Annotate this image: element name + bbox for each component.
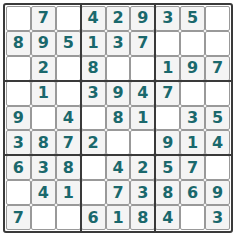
sudoku-cell[interactable]: 1	[81, 31, 106, 56]
sudoku-cell[interactable]: 4	[31, 180, 56, 205]
sudoku-cell[interactable]	[6, 81, 31, 106]
sudoku-cell[interactable]: 5	[56, 31, 81, 56]
sudoku-cell[interactable]: 5	[155, 155, 180, 180]
sudoku-cell[interactable]: 8	[31, 130, 56, 155]
sudoku-cell[interactable]: 1	[130, 106, 155, 131]
sudoku-cell[interactable]: 5	[180, 6, 205, 31]
sudoku-cell[interactable]: 3	[205, 205, 230, 230]
sudoku-cell[interactable]	[180, 31, 205, 56]
sudoku-cell[interactable]: 8	[106, 106, 131, 131]
sudoku-cell[interactable]: 4	[130, 81, 155, 106]
sudoku-cell[interactable]: 2	[106, 6, 131, 31]
sudoku-cell[interactable]	[205, 155, 230, 180]
sudoku-cell[interactable]: 4	[205, 130, 230, 155]
sudoku-cell[interactable]: 4	[81, 6, 106, 31]
sudoku-cell[interactable]: 7	[155, 81, 180, 106]
sudoku-cell[interactable]: 7	[56, 130, 81, 155]
sudoku-cell[interactable]	[205, 81, 230, 106]
sudoku-cell[interactable]: 3	[31, 155, 56, 180]
sudoku-cell[interactable]	[81, 155, 106, 180]
sudoku-cell[interactable]: 7	[180, 155, 205, 180]
sudoku-cell[interactable]	[180, 205, 205, 230]
sudoku-cell[interactable]	[130, 130, 155, 155]
sudoku-cell[interactable]: 2	[31, 56, 56, 81]
sudoku-cell[interactable]	[56, 6, 81, 31]
sudoku-cell[interactable]: 7	[31, 6, 56, 31]
sudoku-cell[interactable]: 6	[6, 155, 31, 180]
sudoku-cell[interactable]	[31, 205, 56, 230]
sudoku-cell[interactable]: 9	[180, 56, 205, 81]
sudoku-cell[interactable]	[155, 31, 180, 56]
sudoku-cell[interactable]: 3	[106, 31, 131, 56]
sudoku-cell[interactable]: 1	[180, 130, 205, 155]
sudoku-cell[interactable]	[130, 56, 155, 81]
sudoku-cell[interactable]: 9	[130, 6, 155, 31]
sudoku-cell[interactable]	[205, 6, 230, 31]
sudoku-cell[interactable]: 7	[106, 180, 131, 205]
sudoku-cell[interactable]: 9	[106, 81, 131, 106]
sudoku-cell[interactable]	[56, 205, 81, 230]
sudoku-cell[interactable]: 3	[81, 81, 106, 106]
sudoku-board: 7429358951372819713947948135387291463842…	[3, 3, 233, 233]
sudoku-cell[interactable]: 8	[56, 155, 81, 180]
sudoku-cell[interactable]: 8	[130, 205, 155, 230]
sudoku-cell[interactable]: 9	[155, 130, 180, 155]
sudoku-cell[interactable]: 6	[180, 180, 205, 205]
sudoku-cell[interactable]: 7	[205, 56, 230, 81]
sudoku-cell[interactable]: 4	[56, 106, 81, 131]
sudoku-cell[interactable]: 8	[6, 31, 31, 56]
sudoku-cell[interactable]: 4	[155, 205, 180, 230]
sudoku-cell[interactable]: 9	[6, 106, 31, 131]
sudoku-cell[interactable]: 1	[31, 81, 56, 106]
sudoku-cell[interactable]	[205, 31, 230, 56]
sudoku-cell[interactable]: 8	[81, 56, 106, 81]
sudoku-cell[interactable]	[106, 130, 131, 155]
sudoku-cell[interactable]	[6, 56, 31, 81]
sudoku-cell[interactable]	[155, 106, 180, 131]
sudoku-cell[interactable]: 9	[205, 180, 230, 205]
sudoku-cell[interactable]	[6, 6, 31, 31]
sudoku-cell[interactable]	[56, 56, 81, 81]
sudoku-cell[interactable]: 1	[155, 56, 180, 81]
sudoku-cell[interactable]	[81, 106, 106, 131]
sudoku-cell[interactable]	[31, 106, 56, 131]
sudoku-cell[interactable]	[81, 180, 106, 205]
sudoku-cell[interactable]: 2	[81, 130, 106, 155]
sudoku-cell[interactable]: 6	[81, 205, 106, 230]
sudoku-cell[interactable]: 3	[155, 6, 180, 31]
sudoku-cell[interactable]: 2	[130, 155, 155, 180]
sudoku-cell[interactable]: 7	[6, 205, 31, 230]
sudoku-cell[interactable]: 4	[106, 155, 131, 180]
sudoku-cell[interactable]: 3	[130, 180, 155, 205]
sudoku-cell[interactable]: 3	[180, 106, 205, 131]
sudoku-cell[interactable]: 1	[106, 205, 131, 230]
sudoku-cell[interactable]	[56, 81, 81, 106]
sudoku-cell[interactable]: 1	[56, 180, 81, 205]
sudoku-cell[interactable]: 7	[130, 31, 155, 56]
sudoku-cell[interactable]	[180, 81, 205, 106]
sudoku-cell[interactable]: 8	[155, 180, 180, 205]
sudoku-cell[interactable]	[106, 56, 131, 81]
sudoku-grid: 7429358951372819713947948135387291463842…	[6, 6, 230, 230]
sudoku-cell[interactable]: 5	[205, 106, 230, 131]
sudoku-cell[interactable]: 3	[6, 130, 31, 155]
sudoku-cell[interactable]: 9	[31, 31, 56, 56]
sudoku-cell[interactable]	[6, 180, 31, 205]
